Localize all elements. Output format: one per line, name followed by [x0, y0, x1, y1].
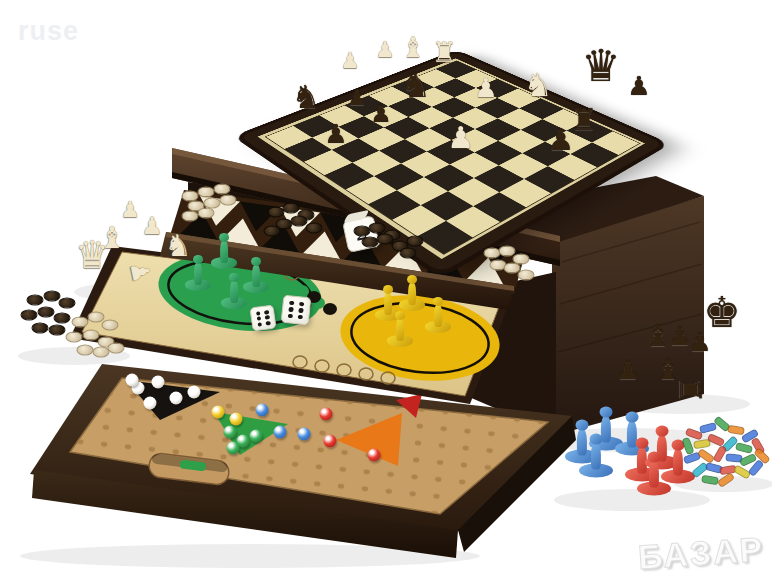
- backgammon-checker-light[interactable]: [198, 208, 215, 219]
- die-pip: [257, 322, 262, 327]
- backgammon-checker-dark[interactable]: [291, 216, 308, 227]
- backgammon-checker-dark[interactable]: [400, 248, 417, 259]
- backgammon-checker-dark[interactable]: [264, 226, 281, 237]
- ludo-pawn-blue-knob: [626, 412, 639, 423]
- ludo-pawn-green-knob: [219, 233, 229, 242]
- marble-blue[interactable]: [256, 404, 269, 417]
- die-pip: [298, 308, 303, 313]
- ludo-pawn-red-stem: [673, 448, 683, 475]
- checker-stack-light[interactable]: [88, 312, 105, 323]
- ludo-pawn-red-knob: [648, 452, 661, 463]
- ludo-pawn-red-knob: [656, 426, 669, 437]
- ludo-pawn-yellow-knob: [383, 285, 393, 294]
- die-pip: [298, 314, 303, 319]
- backgammon-checker-light[interactable]: [214, 184, 231, 195]
- backgammon-checker-dark[interactable]: [369, 223, 386, 234]
- checker-stack-dark[interactable]: [21, 310, 38, 321]
- ludo-pawn-yellow-stem: [396, 318, 404, 340]
- marble-white[interactable]: [152, 376, 165, 389]
- checker-stack-dark[interactable]: [44, 291, 61, 302]
- ludo-pawn-green-stem: [194, 262, 202, 284]
- ludo-pawn-green[interactable]: [221, 273, 247, 309]
- ludo-pawn-yellow[interactable]: [387, 311, 413, 347]
- checker-stack-light[interactable]: [66, 332, 83, 343]
- ludo-pawn-blue-knob: [600, 407, 613, 418]
- ludo-pawn-yellow-stem: [434, 304, 442, 326]
- marble-yellow[interactable]: [230, 413, 243, 426]
- die-pip: [265, 315, 270, 320]
- die-pip: [256, 316, 261, 321]
- ludo-pawn-blue-knob: [590, 434, 603, 445]
- ludo-pawn-green-stem: [252, 264, 260, 286]
- checker-stack-dark[interactable]: [59, 298, 76, 309]
- backgammon-checker-light[interactable]: [518, 270, 535, 281]
- marble-white[interactable]: [170, 392, 183, 405]
- ludo-pawn-yellow[interactable]: [425, 297, 451, 333]
- ludo-pawn-yellow-knob: [433, 297, 443, 306]
- checker-stack-light[interactable]: [77, 345, 94, 356]
- marble-yellow[interactable]: [212, 406, 225, 419]
- ludo-pawn-yellow[interactable]: [399, 275, 425, 311]
- marble-blue[interactable]: [274, 426, 287, 439]
- marble-white[interactable]: [126, 374, 139, 387]
- marble-green[interactable]: [250, 430, 263, 443]
- checker-stack-light[interactable]: [72, 317, 89, 328]
- checker-stack-dark[interactable]: [38, 307, 55, 318]
- checker-stack-light[interactable]: [83, 330, 100, 341]
- marble-white[interactable]: [144, 397, 157, 410]
- die-pip: [264, 310, 269, 315]
- checker-stack-light[interactable]: [102, 320, 119, 331]
- backgammon-checker-dark[interactable]: [407, 236, 424, 247]
- checker-stack-dark[interactable]: [54, 313, 71, 324]
- backgammon-checker-light[interactable]: [220, 195, 237, 206]
- ludo-pawn-blue-stem: [591, 442, 601, 469]
- ludo-pawn-blue[interactable]: [579, 434, 613, 478]
- ludo-pawn-green-stem: [220, 240, 228, 262]
- marble-blue[interactable]: [298, 428, 311, 441]
- checker-stack-light[interactable]: [108, 343, 125, 354]
- ludo-pawn-red[interactable]: [637, 452, 671, 496]
- die-pip: [288, 307, 293, 312]
- backgammon-checker-dark[interactable]: [306, 223, 323, 234]
- marble-red[interactable]: [324, 435, 337, 448]
- backgammon-checker-light[interactable]: [499, 246, 516, 257]
- ludo-pawn-red-stem: [649, 460, 659, 487]
- backgammon-checker-light[interactable]: [198, 187, 215, 198]
- marble-green[interactable]: [224, 426, 237, 439]
- die-pip: [299, 301, 304, 306]
- ludo-pawn-yellow-stem: [408, 282, 416, 304]
- checker-stack-dark[interactable]: [27, 295, 44, 306]
- ludo-pawn-green-knob: [251, 257, 261, 266]
- ludo-die-6[interactable]: [249, 304, 276, 331]
- ludo-pawn-green[interactable]: [211, 233, 237, 269]
- backgammon-checker-light[interactable]: [182, 211, 199, 222]
- marble-red[interactable]: [320, 408, 333, 421]
- ludo-pawn-green[interactable]: [185, 255, 211, 291]
- marble-red[interactable]: [368, 449, 381, 462]
- ludo-pawn-green-stem: [230, 280, 238, 302]
- backgammon-checker-dark[interactable]: [377, 234, 394, 245]
- die-pip: [287, 313, 292, 318]
- checker-stack-dark[interactable]: [32, 323, 49, 334]
- die-pip: [289, 300, 294, 305]
- marble-white[interactable]: [188, 386, 201, 399]
- ludo-pawn-green-knob: [193, 255, 203, 264]
- die-pip: [266, 320, 271, 325]
- checker-stack-dark[interactable]: [49, 325, 66, 336]
- ludo-space-black: [323, 303, 337, 315]
- ludo-pawn-yellow-knob: [407, 275, 417, 284]
- die-pip: [256, 311, 261, 316]
- ludo-pawn-blue-knob: [576, 420, 589, 431]
- watermark-ruse: ruse: [18, 16, 79, 47]
- game-cabinet-photo: 2 ruse БАЗАР ♟♟♝♜♟♞♟♞♟♟♟♞♛♟♜♟♛♝♟♟♞♟♚♝♟♟♟…: [0, 0, 772, 579]
- ludo-die-6[interactable]: [281, 295, 312, 326]
- ludo-pawn-yellow-knob: [395, 311, 405, 320]
- marble-green[interactable]: [227, 442, 240, 455]
- backgammon-checker-dark[interactable]: [283, 203, 300, 214]
- ludo-pawn-green-knob: [229, 273, 239, 282]
